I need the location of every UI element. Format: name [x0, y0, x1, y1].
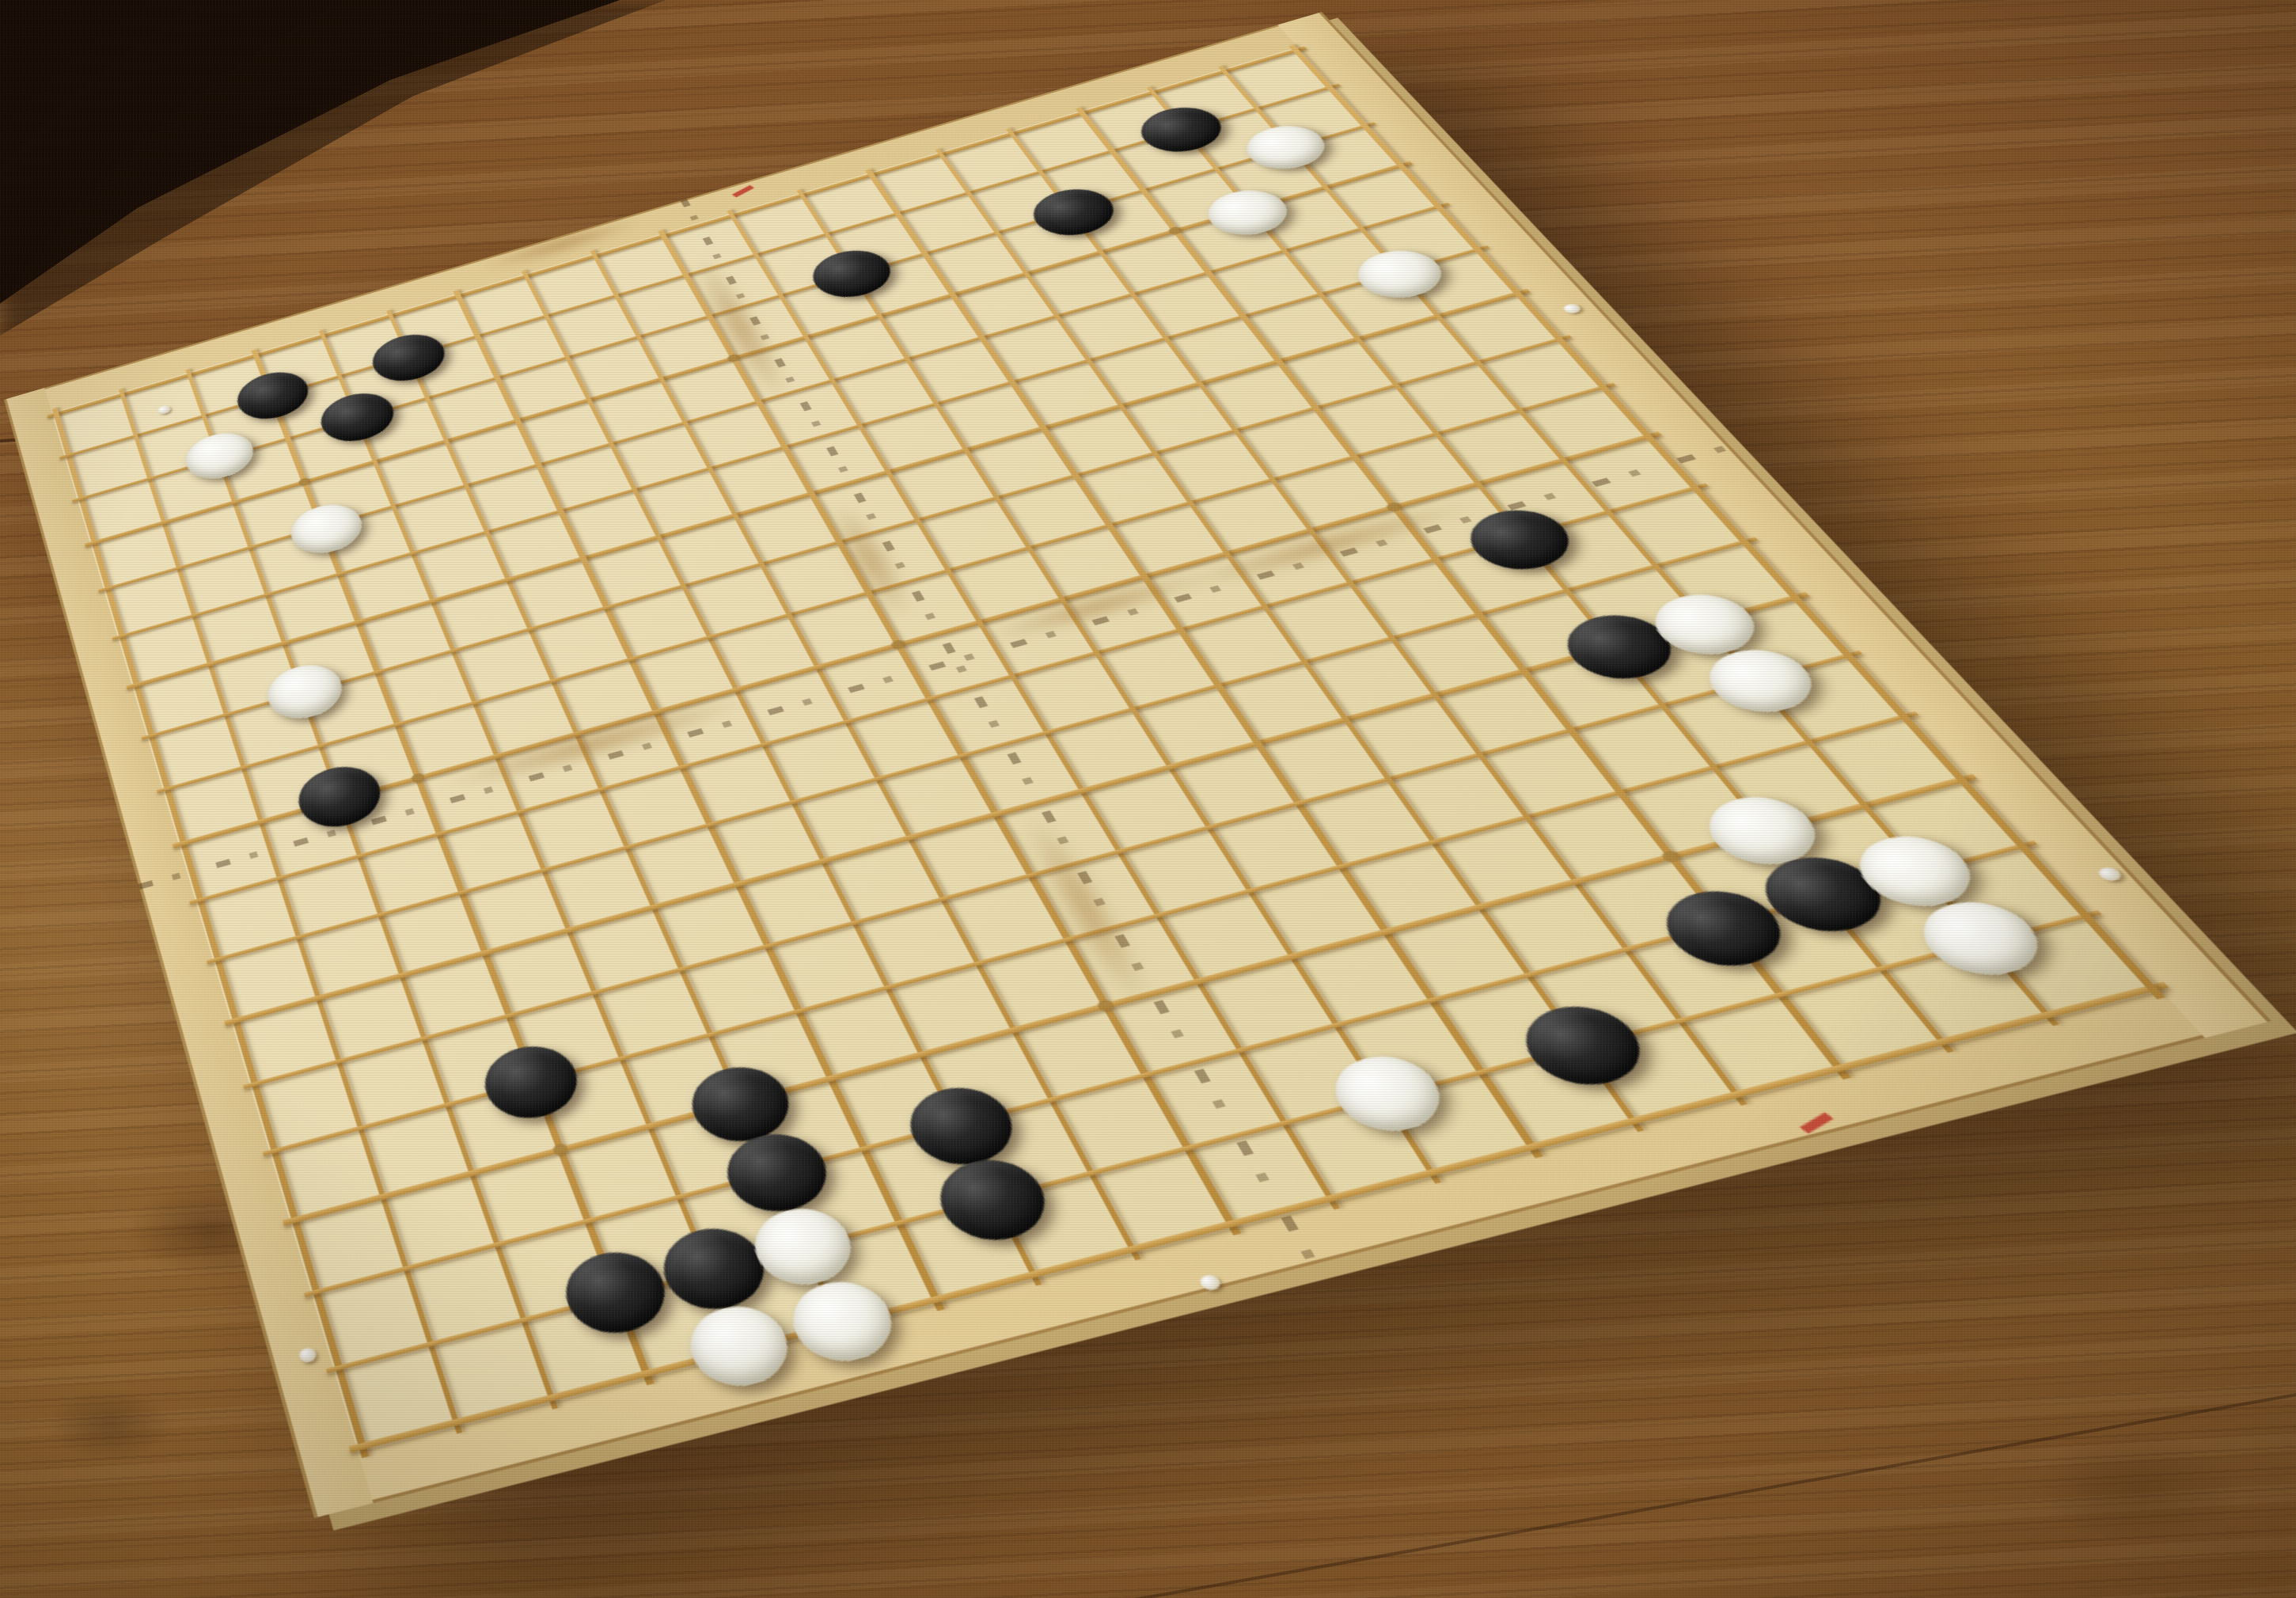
black-stone[interactable] — [1129, 100, 1233, 159]
photo-scene — [0, 0, 2296, 1598]
black-stone[interactable] — [313, 386, 401, 450]
white-stone[interactable] — [1197, 183, 1300, 242]
black-stone[interactable] — [230, 365, 315, 427]
grid-line-h — [173, 431, 1661, 848]
white-stone[interactable] — [1903, 893, 2059, 985]
white-stone[interactable] — [1235, 119, 1338, 177]
white-stone[interactable] — [260, 658, 349, 727]
black-stone[interactable] — [1509, 996, 1661, 1095]
black-stone[interactable] — [1455, 501, 1586, 579]
black-stone[interactable] — [554, 1242, 677, 1342]
black-stone[interactable] — [803, 243, 902, 306]
white-stone[interactable] — [180, 427, 260, 487]
alignment-pin — [157, 404, 172, 415]
black-stone[interactable] — [926, 1150, 1061, 1251]
black-stone[interactable] — [898, 1078, 1029, 1175]
white-stone[interactable] — [284, 497, 369, 560]
grid-line-h — [126, 289, 1530, 689]
wood-stain — [433, 687, 755, 800]
wood-stain — [1009, 807, 1167, 1016]
black-stone[interactable] — [366, 327, 454, 389]
white-stone[interactable] — [1318, 1047, 1455, 1141]
black-stone[interactable] — [1022, 181, 1125, 243]
black-stone[interactable] — [475, 1037, 589, 1128]
wood-stain — [681, 252, 803, 408]
white-stone[interactable] — [1344, 242, 1455, 305]
